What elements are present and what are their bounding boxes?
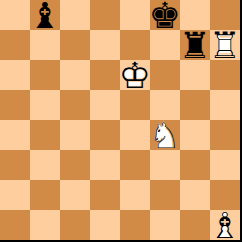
black-bishop-icon: ♝ <box>30 1 60 31</box>
square-e2[interactable] <box>120 180 150 210</box>
square-c6[interactable] <box>60 60 90 90</box>
square-c3[interactable] <box>60 150 90 180</box>
square-h4[interactable] <box>210 120 240 150</box>
white-bishop-icon: ♗ <box>210 211 240 241</box>
piece-white-bishop[interactable]: ♝♗ <box>210 210 240 240</box>
black-king-icon: ♚ <box>150 1 180 31</box>
square-g2[interactable] <box>180 180 210 210</box>
square-e1[interactable] <box>120 210 150 240</box>
square-a3[interactable] <box>0 150 30 180</box>
black-rook-icon: ♜ <box>180 31 210 61</box>
square-b4[interactable] <box>30 120 60 150</box>
square-a2[interactable] <box>0 180 30 210</box>
square-e3[interactable] <box>120 150 150 180</box>
square-g5[interactable] <box>180 90 210 120</box>
square-d5[interactable] <box>90 90 120 120</box>
square-e7[interactable] <box>120 30 150 60</box>
square-a5[interactable] <box>0 90 30 120</box>
square-b2[interactable] <box>30 180 60 210</box>
square-h5[interactable] <box>210 90 240 120</box>
white-king-icon: ♔ <box>120 61 150 91</box>
square-b1[interactable] <box>30 210 60 240</box>
square-f2[interactable] <box>150 180 180 210</box>
square-f1[interactable] <box>150 210 180 240</box>
piece-black-rook[interactable]: ♜ <box>180 30 210 60</box>
white-king-fill-icon: ♚ <box>120 61 150 91</box>
square-g3[interactable] <box>180 150 210 180</box>
square-d8[interactable] <box>90 0 120 30</box>
square-b8[interactable]: ♝ <box>30 0 60 30</box>
chess-board: ♝♚♜♜♖♚♔♞♘♝♗ <box>0 0 242 242</box>
piece-white-king[interactable]: ♚♔ <box>120 60 150 90</box>
square-d6[interactable] <box>90 60 120 90</box>
square-c5[interactable] <box>60 90 90 120</box>
square-h3[interactable] <box>210 150 240 180</box>
square-d1[interactable] <box>90 210 120 240</box>
white-knight-icon: ♘ <box>150 121 180 151</box>
white-knight-fill-icon: ♞ <box>150 121 180 151</box>
square-f7[interactable] <box>150 30 180 60</box>
square-g8[interactable] <box>180 0 210 30</box>
square-a1[interactable] <box>0 210 30 240</box>
square-g1[interactable] <box>180 210 210 240</box>
square-a7[interactable] <box>0 30 30 60</box>
square-h8[interactable] <box>210 0 240 30</box>
square-d7[interactable] <box>90 30 120 60</box>
square-d2[interactable] <box>90 180 120 210</box>
square-e8[interactable] <box>120 0 150 30</box>
square-h6[interactable] <box>210 60 240 90</box>
square-e5[interactable] <box>120 90 150 120</box>
white-bishop-fill-icon: ♝ <box>210 211 240 241</box>
square-a6[interactable] <box>0 60 30 90</box>
piece-white-knight[interactable]: ♞♘ <box>150 120 180 150</box>
square-c1[interactable] <box>60 210 90 240</box>
piece-black-bishop[interactable]: ♝ <box>30 0 60 30</box>
square-f3[interactable] <box>150 150 180 180</box>
square-b6[interactable] <box>30 60 60 90</box>
white-rook-icon: ♖ <box>210 31 240 61</box>
square-e4[interactable] <box>120 120 150 150</box>
square-h7[interactable]: ♜♖ <box>210 30 240 60</box>
square-a8[interactable] <box>0 0 30 30</box>
square-c7[interactable] <box>60 30 90 60</box>
square-c4[interactable] <box>60 120 90 150</box>
square-b5[interactable] <box>30 90 60 120</box>
square-f5[interactable] <box>150 90 180 120</box>
white-rook-fill-icon: ♜ <box>210 31 240 61</box>
square-f4[interactable]: ♞♘ <box>150 120 180 150</box>
square-f6[interactable] <box>150 60 180 90</box>
square-d4[interactable] <box>90 120 120 150</box>
square-h2[interactable] <box>210 180 240 210</box>
square-h1[interactable]: ♝♗ <box>210 210 240 240</box>
square-c8[interactable] <box>60 0 90 30</box>
piece-white-rook[interactable]: ♜♖ <box>210 30 240 60</box>
square-e6[interactable]: ♚♔ <box>120 60 150 90</box>
square-b3[interactable] <box>30 150 60 180</box>
square-b7[interactable] <box>30 30 60 60</box>
square-g4[interactable] <box>180 120 210 150</box>
square-a4[interactable] <box>0 120 30 150</box>
square-g7[interactable]: ♜ <box>180 30 210 60</box>
square-f8[interactable]: ♚ <box>150 0 180 30</box>
square-c2[interactable] <box>60 180 90 210</box>
piece-black-king[interactable]: ♚ <box>150 0 180 30</box>
square-d3[interactable] <box>90 150 120 180</box>
square-g6[interactable] <box>180 60 210 90</box>
